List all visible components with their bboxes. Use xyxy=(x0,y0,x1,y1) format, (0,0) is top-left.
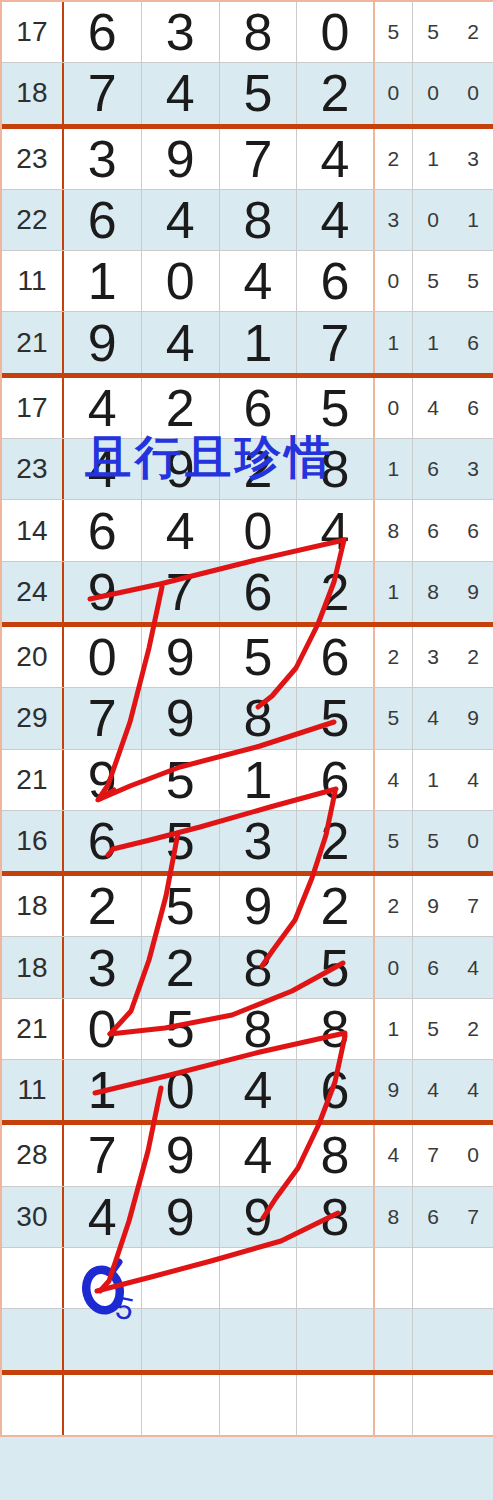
extra-cell-3: 0 xyxy=(453,811,493,871)
extra-cell-2 xyxy=(413,1375,453,1435)
draw-row xyxy=(2,1309,493,1369)
draw-row: 29 7 9 8 5 5 4 9 xyxy=(2,688,493,748)
extra-cell-2: 6 xyxy=(413,1187,453,1247)
extra-cell-2: 4 xyxy=(413,1060,453,1120)
digit-cell-4: 2 xyxy=(297,811,374,871)
sum-cell: 22 xyxy=(2,190,64,250)
digit-cell-4: 4 xyxy=(297,190,374,250)
extra-cell-1 xyxy=(375,1375,413,1435)
digit-cell-1: 6 xyxy=(64,811,142,871)
digit-cell-3: 9 xyxy=(220,876,298,936)
digit-cell-2: 0 xyxy=(142,251,220,311)
extra-cell-3: 9 xyxy=(453,562,493,622)
extra-cell-1: 1 xyxy=(375,439,413,499)
extra-cell-2: 0 xyxy=(413,190,453,250)
extra-cell-2: 0 xyxy=(413,63,453,123)
digit-cell-4: 2 xyxy=(297,63,374,123)
digit-cell-1 xyxy=(64,1375,142,1435)
sum-cell: 16 xyxy=(2,811,64,871)
digit-cell-1: 1 xyxy=(64,1060,142,1120)
digit-cell-3: 4 xyxy=(220,1060,298,1120)
sum-cell: 21 xyxy=(2,999,64,1059)
digit-cell-4 xyxy=(297,1248,374,1308)
sum-cell: 11 xyxy=(2,1060,64,1120)
sum-cell: 21 xyxy=(2,312,64,372)
extra-cell-3: 2 xyxy=(453,999,493,1059)
extra-cell-3: 4 xyxy=(453,937,493,997)
draw-row: 24 9 7 6 2 1 8 9 xyxy=(2,562,493,622)
extra-cell-3: 6 xyxy=(453,378,493,438)
digit-cell-2: 5 xyxy=(142,876,220,936)
extra-cell-2: 8 xyxy=(413,562,453,622)
digit-cell-4: 4 xyxy=(297,500,374,560)
extra-cell-2 xyxy=(413,1309,453,1369)
draw-row: 17 6 3 8 0 5 5 2 xyxy=(2,2,493,62)
sum-cell: 29 xyxy=(2,688,64,748)
digit-cell-4: 5 xyxy=(297,688,374,748)
extra-cell-2: 6 xyxy=(413,500,453,560)
extra-cell-1: 8 xyxy=(375,500,413,560)
extra-cell-1: 0 xyxy=(375,937,413,997)
blue-handwriting-text: 且行且珍惜 xyxy=(85,434,335,480)
extra-cell-1: 1 xyxy=(375,562,413,622)
extra-cell-1: 2 xyxy=(375,627,413,687)
extra-cell-3: 5 xyxy=(453,251,493,311)
digit-cell-1: 6 xyxy=(64,190,142,250)
extra-cell-3: 6 xyxy=(453,312,493,372)
extra-cell-1: 0 xyxy=(375,378,413,438)
extra-cell-2: 5 xyxy=(413,999,453,1059)
draw-row: 16 6 5 3 2 5 5 0 xyxy=(2,811,493,871)
digit-cell-4: 8 xyxy=(297,1187,374,1247)
digit-cell-3: 0 xyxy=(220,500,298,560)
sum-cell xyxy=(2,1248,64,1308)
digit-cell-2 xyxy=(142,1248,220,1308)
extra-cell-2: 5 xyxy=(413,2,453,62)
extra-cell-2: 5 xyxy=(413,251,453,311)
digit-cell-2: 5 xyxy=(142,750,220,810)
draw-row: 20 0 9 5 6 2 3 2 xyxy=(2,627,493,687)
extra-cell-2: 6 xyxy=(413,937,453,997)
digit-cell-1: 2 xyxy=(64,876,142,936)
extra-cell-3: 7 xyxy=(453,1187,493,1247)
extra-cell-3 xyxy=(453,1248,493,1308)
digit-cell-2 xyxy=(142,1375,220,1435)
sum-cell: 17 xyxy=(2,378,64,438)
draw-row xyxy=(2,1375,493,1435)
extra-cell-2: 1 xyxy=(413,312,453,372)
digit-cell-1: 6 xyxy=(64,2,142,62)
sum-cell xyxy=(2,1309,64,1369)
digit-cell-1: 4 xyxy=(64,378,142,438)
sum-cell: 28 xyxy=(2,1125,64,1185)
digit-cell-2: 9 xyxy=(142,1125,220,1185)
digit-cell-3: 6 xyxy=(220,562,298,622)
extra-cell-3: 4 xyxy=(453,1060,493,1120)
extra-cell-3: 7 xyxy=(453,876,493,936)
draw-row: 11 1 0 4 6 0 5 5 xyxy=(2,251,493,311)
digit-cell-4: 8 xyxy=(297,999,374,1059)
digit-cell-2: 9 xyxy=(142,1187,220,1247)
draw-row: 30 4 9 9 8 8 6 7 xyxy=(2,1187,493,1247)
extra-cell-1: 2 xyxy=(375,129,413,189)
digit-cell-4: 6 xyxy=(297,1060,374,1120)
digit-cell-1: 4 xyxy=(64,1187,142,1247)
digit-cell-1: 3 xyxy=(64,937,142,997)
digit-cell-3: 5 xyxy=(220,63,298,123)
digit-cell-1: 9 xyxy=(64,562,142,622)
draw-row xyxy=(2,1248,493,1308)
extra-cell-3 xyxy=(453,1375,493,1435)
digit-cell-3: 1 xyxy=(220,312,298,372)
digit-cell-3: 1 xyxy=(220,750,298,810)
extra-cell-2: 6 xyxy=(413,439,453,499)
extra-cell-1 xyxy=(375,1309,413,1369)
digit-cell-3: 4 xyxy=(220,1125,298,1185)
sum-cell: 18 xyxy=(2,937,64,997)
digit-cell-4: 7 xyxy=(297,312,374,372)
extra-cell-3: 3 xyxy=(453,129,493,189)
extra-cell-1: 2 xyxy=(375,876,413,936)
digit-cell-2: 7 xyxy=(142,562,220,622)
digit-cell-2: 4 xyxy=(142,63,220,123)
draw-row: 21 9 4 1 7 1 1 6 xyxy=(2,312,493,372)
digit-cell-2 xyxy=(142,1309,220,1369)
digit-cell-3: 8 xyxy=(220,2,298,62)
draw-row: 28 7 9 4 8 4 7 0 xyxy=(2,1125,493,1185)
digit-cell-3: 6 xyxy=(220,378,298,438)
sum-cell: 20 xyxy=(2,627,64,687)
sum-cell: 21 xyxy=(2,750,64,810)
sum-cell: 11 xyxy=(2,251,64,311)
extra-cell-3: 2 xyxy=(453,2,493,62)
extra-cell-2: 7 xyxy=(413,1125,453,1185)
draw-row: 21 0 5 8 8 1 5 2 xyxy=(2,999,493,1059)
extra-cell-2: 9 xyxy=(413,876,453,936)
digit-cell-1: 7 xyxy=(64,1125,142,1185)
digit-cell-4: 2 xyxy=(297,876,374,936)
extra-cell-1: 1 xyxy=(375,312,413,372)
digit-cell-4: 5 xyxy=(297,378,374,438)
digit-cell-2: 9 xyxy=(142,129,220,189)
extra-cell-1: 5 xyxy=(375,811,413,871)
digit-cell-1: 0 xyxy=(64,999,142,1059)
digit-cell-4: 4 xyxy=(297,129,374,189)
draw-row: 18 7 4 5 2 0 0 0 xyxy=(2,63,493,123)
extra-cell-1: 4 xyxy=(375,750,413,810)
extra-cell-1: 5 xyxy=(375,2,413,62)
digit-cell-2: 3 xyxy=(142,2,220,62)
digit-cell-1: 3 xyxy=(64,129,142,189)
extra-cell-2: 4 xyxy=(413,378,453,438)
extra-cell-3: 6 xyxy=(453,500,493,560)
sum-cell: 18 xyxy=(2,63,64,123)
digit-cell-2: 4 xyxy=(142,312,220,372)
digit-cell-3: 8 xyxy=(220,999,298,1059)
extra-cell-1: 9 xyxy=(375,1060,413,1120)
sum-cell: 24 xyxy=(2,562,64,622)
draw-row: 21 9 5 1 6 4 1 4 xyxy=(2,750,493,810)
extra-cell-2: 4 xyxy=(413,688,453,748)
lottery-trend-grid: 17 6 3 8 0 5 5 2 18 7 4 5 2 0 0 0 23 3 9… xyxy=(0,0,493,1435)
sum-cell: 14 xyxy=(2,500,64,560)
extra-cell-3 xyxy=(453,1309,493,1369)
digit-cell-1: 9 xyxy=(64,312,142,372)
digit-cell-3 xyxy=(220,1248,298,1308)
draw-row: 23 3 9 7 4 2 1 3 xyxy=(2,129,493,189)
digit-cell-3: 4 xyxy=(220,251,298,311)
digit-cell-2: 9 xyxy=(142,688,220,748)
digit-cell-4 xyxy=(297,1375,374,1435)
digit-cell-4 xyxy=(297,1309,374,1369)
digit-cell-2: 2 xyxy=(142,378,220,438)
extra-cell-3: 1 xyxy=(453,190,493,250)
digit-cell-3: 8 xyxy=(220,688,298,748)
digit-cell-4: 2 xyxy=(297,562,374,622)
digit-cell-3: 8 xyxy=(220,190,298,250)
draw-row: 22 6 4 8 4 3 0 1 xyxy=(2,190,493,250)
digit-cell-1: 0 xyxy=(64,627,142,687)
draw-row: 18 3 2 8 5 0 6 4 xyxy=(2,937,493,997)
draw-row: 11 1 0 4 6 9 4 4 xyxy=(2,1060,493,1120)
extra-cell-1: 0 xyxy=(375,63,413,123)
extra-cell-3: 9 xyxy=(453,688,493,748)
draw-row: 17 4 2 6 5 0 4 6 xyxy=(2,378,493,438)
sum-cell: 17 xyxy=(2,2,64,62)
sum-cell: 30 xyxy=(2,1187,64,1247)
extra-cell-1: 1 xyxy=(375,999,413,1059)
extra-cell-1: 4 xyxy=(375,1125,413,1185)
extra-cell-2: 5 xyxy=(413,811,453,871)
extra-cell-2: 1 xyxy=(413,750,453,810)
extra-cell-1: 3 xyxy=(375,190,413,250)
extra-cell-1: 0 xyxy=(375,251,413,311)
digit-cell-2: 4 xyxy=(142,500,220,560)
extra-cell-1: 8 xyxy=(375,1187,413,1247)
extra-cell-3: 0 xyxy=(453,63,493,123)
extra-cell-1: 5 xyxy=(375,688,413,748)
extra-cell-2: 1 xyxy=(413,129,453,189)
sum-cell: 18 xyxy=(2,876,64,936)
digit-cell-2: 5 xyxy=(142,999,220,1059)
digit-cell-3 xyxy=(220,1375,298,1435)
extra-cell-3: 0 xyxy=(453,1125,493,1185)
draw-row: 14 6 4 0 4 8 6 6 xyxy=(2,500,493,560)
draw-row: 18 2 5 9 2 2 9 7 xyxy=(2,876,493,936)
digit-cell-4: 0 xyxy=(297,2,374,62)
digit-cell-1: 1 xyxy=(64,251,142,311)
digit-cell-4: 8 xyxy=(297,1125,374,1185)
digit-cell-1: 7 xyxy=(64,688,142,748)
sum-cell xyxy=(2,1375,64,1435)
digit-cell-1: 9 xyxy=(64,750,142,810)
digit-cell-3: 9 xyxy=(220,1187,298,1247)
digit-cell-2: 4 xyxy=(142,190,220,250)
digit-cell-3: 3 xyxy=(220,811,298,871)
digit-cell-3: 8 xyxy=(220,937,298,997)
digit-cell-4: 5 xyxy=(297,937,374,997)
extra-cell-3: 3 xyxy=(453,439,493,499)
digit-cell-1: 6 xyxy=(64,500,142,560)
digit-cell-4: 6 xyxy=(297,251,374,311)
digit-cell-3: 5 xyxy=(220,627,298,687)
digit-cell-2: 0 xyxy=(142,1060,220,1120)
extra-cell-3: 2 xyxy=(453,627,493,687)
extra-cell-2: 3 xyxy=(413,627,453,687)
digit-cell-4: 6 xyxy=(297,627,374,687)
digit-cell-3: 7 xyxy=(220,129,298,189)
extra-cell-3: 4 xyxy=(453,750,493,810)
digit-cell-3 xyxy=(220,1309,298,1369)
sum-cell: 23 xyxy=(2,439,64,499)
digit-cell-2: 9 xyxy=(142,627,220,687)
extra-cell-1 xyxy=(375,1248,413,1308)
digit-cell-2: 2 xyxy=(142,937,220,997)
digit-cell-2: 5 xyxy=(142,811,220,871)
digit-cell-4: 6 xyxy=(297,750,374,810)
bottom-band xyxy=(0,1437,493,1500)
extra-cell-2 xyxy=(413,1248,453,1308)
digit-cell-1: 7 xyxy=(64,63,142,123)
sum-cell: 23 xyxy=(2,129,64,189)
